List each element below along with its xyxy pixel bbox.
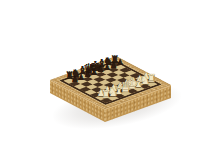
chess-set-product-photo[interactable]: ♜♞♝♛♚♝♞♜♟♟♟♟♟♟♟♟♟♟♟♟♟♟♟♟♜♞♝♛♚♝♞♜	[0, 0, 221, 167]
